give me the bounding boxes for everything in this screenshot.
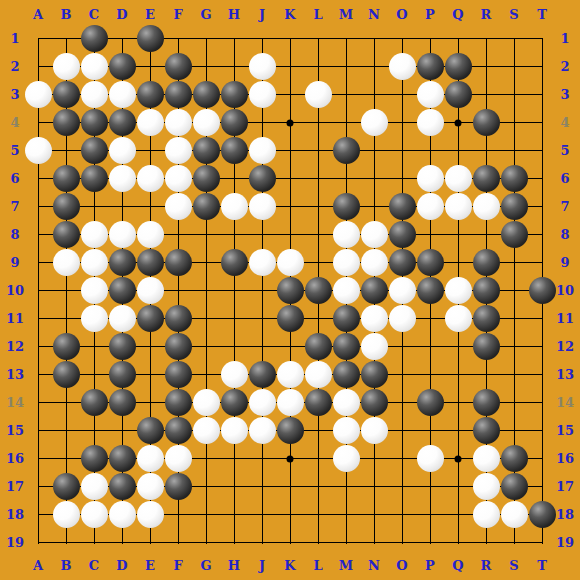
intersection-H1[interactable] <box>220 24 248 52</box>
intersection-P8[interactable] <box>416 220 444 248</box>
intersection-S13[interactable] <box>500 360 528 388</box>
intersection-K19[interactable] <box>276 528 304 556</box>
intersection-S11[interactable] <box>500 304 528 332</box>
intersection-P19[interactable] <box>416 528 444 556</box>
intersection-Q4[interactable] <box>444 108 472 136</box>
intersection-H13[interactable] <box>220 360 248 388</box>
intersection-L10[interactable] <box>304 276 332 304</box>
intersection-F16[interactable] <box>164 444 192 472</box>
intersection-T11[interactable] <box>528 304 556 332</box>
intersection-T6[interactable] <box>528 164 556 192</box>
intersection-C10[interactable] <box>80 276 108 304</box>
intersection-M13[interactable] <box>332 360 360 388</box>
intersection-S17[interactable] <box>500 472 528 500</box>
intersection-A14[interactable] <box>24 388 52 416</box>
intersection-D16[interactable] <box>108 444 136 472</box>
intersection-D12[interactable] <box>108 332 136 360</box>
intersection-F13[interactable] <box>164 360 192 388</box>
intersection-A3[interactable] <box>24 80 52 108</box>
intersection-D13[interactable] <box>108 360 136 388</box>
intersection-F4[interactable] <box>164 108 192 136</box>
intersection-G5[interactable] <box>192 136 220 164</box>
intersection-P16[interactable] <box>416 444 444 472</box>
intersection-O9[interactable] <box>388 248 416 276</box>
intersection-G15[interactable] <box>192 416 220 444</box>
intersection-P13[interactable] <box>416 360 444 388</box>
intersection-N6[interactable] <box>360 164 388 192</box>
intersection-K17[interactable] <box>276 472 304 500</box>
intersection-F3[interactable] <box>164 80 192 108</box>
intersection-F7[interactable] <box>164 192 192 220</box>
intersection-K13[interactable] <box>276 360 304 388</box>
intersection-L5[interactable] <box>304 136 332 164</box>
intersection-A9[interactable] <box>24 248 52 276</box>
intersection-M6[interactable] <box>332 164 360 192</box>
intersection-E13[interactable] <box>136 360 164 388</box>
intersection-L18[interactable] <box>304 500 332 528</box>
intersection-L12[interactable] <box>304 332 332 360</box>
intersection-K7[interactable] <box>276 192 304 220</box>
intersection-R3[interactable] <box>472 80 500 108</box>
intersection-O18[interactable] <box>388 500 416 528</box>
intersection-B5[interactable] <box>52 136 80 164</box>
intersection-J5[interactable] <box>248 136 276 164</box>
intersection-F9[interactable] <box>164 248 192 276</box>
intersection-G1[interactable] <box>192 24 220 52</box>
intersection-D15[interactable] <box>108 416 136 444</box>
intersection-M3[interactable] <box>332 80 360 108</box>
intersection-T15[interactable] <box>528 416 556 444</box>
intersection-L15[interactable] <box>304 416 332 444</box>
intersection-K14[interactable] <box>276 388 304 416</box>
intersection-L14[interactable] <box>304 388 332 416</box>
intersection-L1[interactable] <box>304 24 332 52</box>
intersection-D9[interactable] <box>108 248 136 276</box>
intersection-D10[interactable] <box>108 276 136 304</box>
intersection-M5[interactable] <box>332 136 360 164</box>
intersection-J14[interactable] <box>248 388 276 416</box>
intersection-G9[interactable] <box>192 248 220 276</box>
intersection-D11[interactable] <box>108 304 136 332</box>
intersection-N7[interactable] <box>360 192 388 220</box>
intersection-N9[interactable] <box>360 248 388 276</box>
intersection-C12[interactable] <box>80 332 108 360</box>
intersection-A4[interactable] <box>24 108 52 136</box>
intersection-L17[interactable] <box>304 472 332 500</box>
intersection-N19[interactable] <box>360 528 388 556</box>
intersection-L6[interactable] <box>304 164 332 192</box>
intersection-K18[interactable] <box>276 500 304 528</box>
intersection-O6[interactable] <box>388 164 416 192</box>
intersection-G4[interactable] <box>192 108 220 136</box>
intersection-F18[interactable] <box>164 500 192 528</box>
intersection-C16[interactable] <box>80 444 108 472</box>
intersection-R14[interactable] <box>472 388 500 416</box>
intersection-Q1[interactable] <box>444 24 472 52</box>
intersection-P15[interactable] <box>416 416 444 444</box>
intersection-B1[interactable] <box>52 24 80 52</box>
intersection-G17[interactable] <box>192 472 220 500</box>
intersection-O16[interactable] <box>388 444 416 472</box>
intersection-R2[interactable] <box>472 52 500 80</box>
intersection-B6[interactable] <box>52 164 80 192</box>
intersection-K5[interactable] <box>276 136 304 164</box>
intersection-S1[interactable] <box>500 24 528 52</box>
intersection-S12[interactable] <box>500 332 528 360</box>
intersection-C15[interactable] <box>80 416 108 444</box>
intersection-L16[interactable] <box>304 444 332 472</box>
intersection-F15[interactable] <box>164 416 192 444</box>
intersection-A1[interactable] <box>24 24 52 52</box>
intersection-S9[interactable] <box>500 248 528 276</box>
intersection-C18[interactable] <box>80 500 108 528</box>
intersection-K3[interactable] <box>276 80 304 108</box>
intersection-O2[interactable] <box>388 52 416 80</box>
intersection-P14[interactable] <box>416 388 444 416</box>
intersection-B2[interactable] <box>52 52 80 80</box>
intersection-K9[interactable] <box>276 248 304 276</box>
intersection-M10[interactable] <box>332 276 360 304</box>
intersection-H9[interactable] <box>220 248 248 276</box>
intersection-B9[interactable] <box>52 248 80 276</box>
intersection-R13[interactable] <box>472 360 500 388</box>
intersection-J1[interactable] <box>248 24 276 52</box>
intersection-O13[interactable] <box>388 360 416 388</box>
intersection-L4[interactable] <box>304 108 332 136</box>
intersection-P11[interactable] <box>416 304 444 332</box>
intersection-R15[interactable] <box>472 416 500 444</box>
intersection-R9[interactable] <box>472 248 500 276</box>
intersection-E18[interactable] <box>136 500 164 528</box>
intersection-N2[interactable] <box>360 52 388 80</box>
intersection-J18[interactable] <box>248 500 276 528</box>
intersection-R6[interactable] <box>472 164 500 192</box>
intersection-T10[interactable] <box>528 276 556 304</box>
intersection-B11[interactable] <box>52 304 80 332</box>
intersection-O3[interactable] <box>388 80 416 108</box>
intersection-N1[interactable] <box>360 24 388 52</box>
intersection-F6[interactable] <box>164 164 192 192</box>
intersection-Q6[interactable] <box>444 164 472 192</box>
intersection-S10[interactable] <box>500 276 528 304</box>
intersection-P18[interactable] <box>416 500 444 528</box>
intersection-T3[interactable] <box>528 80 556 108</box>
intersection-S14[interactable] <box>500 388 528 416</box>
intersection-T16[interactable] <box>528 444 556 472</box>
intersection-Q12[interactable] <box>444 332 472 360</box>
intersection-K4[interactable] <box>276 108 304 136</box>
intersection-J8[interactable] <box>248 220 276 248</box>
intersection-J11[interactable] <box>248 304 276 332</box>
intersection-T12[interactable] <box>528 332 556 360</box>
intersection-Q10[interactable] <box>444 276 472 304</box>
intersection-S15[interactable] <box>500 416 528 444</box>
intersection-G14[interactable] <box>192 388 220 416</box>
intersection-D3[interactable] <box>108 80 136 108</box>
intersection-F8[interactable] <box>164 220 192 248</box>
intersection-T17[interactable] <box>528 472 556 500</box>
intersection-A2[interactable] <box>24 52 52 80</box>
intersection-G13[interactable] <box>192 360 220 388</box>
intersection-L8[interactable] <box>304 220 332 248</box>
intersection-D7[interactable] <box>108 192 136 220</box>
intersection-B7[interactable] <box>52 192 80 220</box>
intersection-A11[interactable] <box>24 304 52 332</box>
intersection-K10[interactable] <box>276 276 304 304</box>
intersection-A7[interactable] <box>24 192 52 220</box>
intersection-Q17[interactable] <box>444 472 472 500</box>
intersection-M18[interactable] <box>332 500 360 528</box>
intersection-M9[interactable] <box>332 248 360 276</box>
intersection-J19[interactable] <box>248 528 276 556</box>
intersection-O17[interactable] <box>388 472 416 500</box>
intersection-A5[interactable] <box>24 136 52 164</box>
intersection-H14[interactable] <box>220 388 248 416</box>
intersection-T2[interactable] <box>528 52 556 80</box>
intersection-A6[interactable] <box>24 164 52 192</box>
intersection-B4[interactable] <box>52 108 80 136</box>
intersection-N13[interactable] <box>360 360 388 388</box>
intersection-C3[interactable] <box>80 80 108 108</box>
intersection-F2[interactable] <box>164 52 192 80</box>
intersection-A18[interactable] <box>24 500 52 528</box>
intersection-C7[interactable] <box>80 192 108 220</box>
intersection-R19[interactable] <box>472 528 500 556</box>
intersection-P4[interactable] <box>416 108 444 136</box>
intersection-Q14[interactable] <box>444 388 472 416</box>
intersection-N16[interactable] <box>360 444 388 472</box>
intersection-M11[interactable] <box>332 304 360 332</box>
intersection-J4[interactable] <box>248 108 276 136</box>
intersection-Q8[interactable] <box>444 220 472 248</box>
intersection-C8[interactable] <box>80 220 108 248</box>
intersection-D8[interactable] <box>108 220 136 248</box>
intersection-N3[interactable] <box>360 80 388 108</box>
intersection-F17[interactable] <box>164 472 192 500</box>
intersection-C11[interactable] <box>80 304 108 332</box>
intersection-G18[interactable] <box>192 500 220 528</box>
intersection-E19[interactable] <box>136 528 164 556</box>
intersection-L13[interactable] <box>304 360 332 388</box>
intersection-H2[interactable] <box>220 52 248 80</box>
intersection-R10[interactable] <box>472 276 500 304</box>
intersection-D14[interactable] <box>108 388 136 416</box>
intersection-H11[interactable] <box>220 304 248 332</box>
intersection-Q7[interactable] <box>444 192 472 220</box>
intersection-M1[interactable] <box>332 24 360 52</box>
intersection-N12[interactable] <box>360 332 388 360</box>
intersection-C1[interactable] <box>80 24 108 52</box>
intersection-G11[interactable] <box>192 304 220 332</box>
intersection-H8[interactable] <box>220 220 248 248</box>
intersection-R4[interactable] <box>472 108 500 136</box>
intersection-J7[interactable] <box>248 192 276 220</box>
intersection-A13[interactable] <box>24 360 52 388</box>
intersection-F12[interactable] <box>164 332 192 360</box>
intersection-N10[interactable] <box>360 276 388 304</box>
intersection-E12[interactable] <box>136 332 164 360</box>
intersection-H17[interactable] <box>220 472 248 500</box>
intersection-O5[interactable] <box>388 136 416 164</box>
intersection-M14[interactable] <box>332 388 360 416</box>
intersection-G2[interactable] <box>192 52 220 80</box>
intersection-C13[interactable] <box>80 360 108 388</box>
intersection-Q15[interactable] <box>444 416 472 444</box>
intersection-P6[interactable] <box>416 164 444 192</box>
intersection-E16[interactable] <box>136 444 164 472</box>
intersection-S4[interactable] <box>500 108 528 136</box>
intersection-A12[interactable] <box>24 332 52 360</box>
intersection-N5[interactable] <box>360 136 388 164</box>
intersection-B10[interactable] <box>52 276 80 304</box>
intersection-N11[interactable] <box>360 304 388 332</box>
intersection-C2[interactable] <box>80 52 108 80</box>
intersection-H10[interactable] <box>220 276 248 304</box>
intersection-F1[interactable] <box>164 24 192 52</box>
intersection-R11[interactable] <box>472 304 500 332</box>
intersection-T14[interactable] <box>528 388 556 416</box>
intersection-K11[interactable] <box>276 304 304 332</box>
intersection-K15[interactable] <box>276 416 304 444</box>
intersection-S7[interactable] <box>500 192 528 220</box>
intersection-S18[interactable] <box>500 500 528 528</box>
intersection-H3[interactable] <box>220 80 248 108</box>
intersection-B15[interactable] <box>52 416 80 444</box>
intersection-R18[interactable] <box>472 500 500 528</box>
intersection-S19[interactable] <box>500 528 528 556</box>
intersection-O8[interactable] <box>388 220 416 248</box>
intersection-H12[interactable] <box>220 332 248 360</box>
intersection-S8[interactable] <box>500 220 528 248</box>
intersection-A15[interactable] <box>24 416 52 444</box>
intersection-B8[interactable] <box>52 220 80 248</box>
intersection-Q3[interactable] <box>444 80 472 108</box>
intersection-M16[interactable] <box>332 444 360 472</box>
intersection-D2[interactable] <box>108 52 136 80</box>
intersection-O19[interactable] <box>388 528 416 556</box>
intersection-M12[interactable] <box>332 332 360 360</box>
intersection-P1[interactable] <box>416 24 444 52</box>
intersection-N17[interactable] <box>360 472 388 500</box>
intersection-B12[interactable] <box>52 332 80 360</box>
intersection-G19[interactable] <box>192 528 220 556</box>
intersection-R8[interactable] <box>472 220 500 248</box>
intersection-S5[interactable] <box>500 136 528 164</box>
intersection-D6[interactable] <box>108 164 136 192</box>
intersection-C4[interactable] <box>80 108 108 136</box>
intersection-O12[interactable] <box>388 332 416 360</box>
intersection-K8[interactable] <box>276 220 304 248</box>
intersection-O10[interactable] <box>388 276 416 304</box>
intersection-L3[interactable] <box>304 80 332 108</box>
intersection-T18[interactable] <box>528 500 556 528</box>
intersection-E4[interactable] <box>136 108 164 136</box>
intersection-P5[interactable] <box>416 136 444 164</box>
intersection-B17[interactable] <box>52 472 80 500</box>
intersection-R7[interactable] <box>472 192 500 220</box>
intersection-C5[interactable] <box>80 136 108 164</box>
intersection-B19[interactable] <box>52 528 80 556</box>
intersection-M17[interactable] <box>332 472 360 500</box>
intersection-M8[interactable] <box>332 220 360 248</box>
intersection-Q18[interactable] <box>444 500 472 528</box>
intersection-B18[interactable] <box>52 500 80 528</box>
intersection-T5[interactable] <box>528 136 556 164</box>
intersection-N8[interactable] <box>360 220 388 248</box>
intersection-J2[interactable] <box>248 52 276 80</box>
intersection-H18[interactable] <box>220 500 248 528</box>
intersection-D18[interactable] <box>108 500 136 528</box>
intersection-P3[interactable] <box>416 80 444 108</box>
intersection-G16[interactable] <box>192 444 220 472</box>
intersection-Q5[interactable] <box>444 136 472 164</box>
intersection-B14[interactable] <box>52 388 80 416</box>
intersection-A16[interactable] <box>24 444 52 472</box>
intersection-S6[interactable] <box>500 164 528 192</box>
intersection-G12[interactable] <box>192 332 220 360</box>
intersection-N4[interactable] <box>360 108 388 136</box>
intersection-C9[interactable] <box>80 248 108 276</box>
intersection-S3[interactable] <box>500 80 528 108</box>
intersection-H4[interactable] <box>220 108 248 136</box>
intersection-F10[interactable] <box>164 276 192 304</box>
intersection-B3[interactable] <box>52 80 80 108</box>
intersection-J17[interactable] <box>248 472 276 500</box>
intersection-D17[interactable] <box>108 472 136 500</box>
intersection-E1[interactable] <box>136 24 164 52</box>
intersection-L7[interactable] <box>304 192 332 220</box>
intersection-D4[interactable] <box>108 108 136 136</box>
intersection-L9[interactable] <box>304 248 332 276</box>
intersection-J3[interactable] <box>248 80 276 108</box>
intersection-M2[interactable] <box>332 52 360 80</box>
intersection-Q11[interactable] <box>444 304 472 332</box>
intersection-P2[interactable] <box>416 52 444 80</box>
intersection-T1[interactable] <box>528 24 556 52</box>
intersection-G3[interactable] <box>192 80 220 108</box>
intersection-P17[interactable] <box>416 472 444 500</box>
intersection-C6[interactable] <box>80 164 108 192</box>
intersection-R1[interactable] <box>472 24 500 52</box>
intersection-M19[interactable] <box>332 528 360 556</box>
intersection-M7[interactable] <box>332 192 360 220</box>
intersection-L2[interactable] <box>304 52 332 80</box>
intersection-E11[interactable] <box>136 304 164 332</box>
intersection-P9[interactable] <box>416 248 444 276</box>
intersection-O7[interactable] <box>388 192 416 220</box>
intersection-H5[interactable] <box>220 136 248 164</box>
intersection-O15[interactable] <box>388 416 416 444</box>
intersection-M15[interactable] <box>332 416 360 444</box>
intersection-S16[interactable] <box>500 444 528 472</box>
intersection-J15[interactable] <box>248 416 276 444</box>
intersection-R5[interactable] <box>472 136 500 164</box>
intersection-M4[interactable] <box>332 108 360 136</box>
intersection-T9[interactable] <box>528 248 556 276</box>
intersection-Q16[interactable] <box>444 444 472 472</box>
intersection-P12[interactable] <box>416 332 444 360</box>
intersection-N15[interactable] <box>360 416 388 444</box>
intersection-F14[interactable] <box>164 388 192 416</box>
intersection-J16[interactable] <box>248 444 276 472</box>
intersection-K16[interactable] <box>276 444 304 472</box>
intersection-H16[interactable] <box>220 444 248 472</box>
intersection-R12[interactable] <box>472 332 500 360</box>
intersection-Q13[interactable] <box>444 360 472 388</box>
intersection-E7[interactable] <box>136 192 164 220</box>
intersection-R17[interactable] <box>472 472 500 500</box>
intersection-K2[interactable] <box>276 52 304 80</box>
